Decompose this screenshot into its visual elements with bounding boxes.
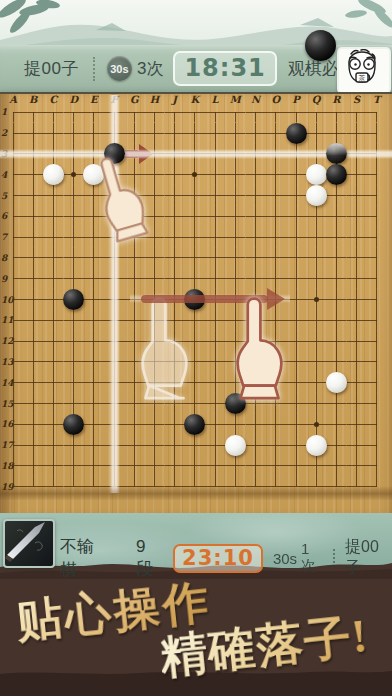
bottom-player-name: 不输棋 [60, 535, 108, 581]
intersection-L16[interactable] [205, 414, 225, 435]
intersection-O18[interactable] [266, 455, 286, 476]
intersection-C12[interactable] [43, 331, 63, 352]
bottom-byoyomi-periods: 1次 [301, 540, 323, 576]
intersection-R4[interactable] [326, 164, 346, 185]
intersection-M8[interactable] [225, 248, 245, 269]
intersection-R16[interactable] [326, 414, 346, 435]
intersection-M16[interactable] [225, 414, 245, 435]
intersection-D6[interactable] [64, 206, 84, 227]
bottom-player-rank: 9段 [136, 537, 161, 580]
intersection-R10[interactable] [326, 289, 346, 310]
intersection-R14[interactable] [326, 372, 346, 393]
intersection-G9[interactable] [124, 268, 144, 289]
intersection-O17[interactable] [266, 435, 286, 456]
top-player-clock: 18:31 [173, 51, 276, 86]
intersection-N6[interactable] [246, 206, 266, 227]
intersection-D16[interactable] [64, 414, 84, 435]
intersection-Q16[interactable] [306, 414, 326, 435]
intersection-A16[interactable] [3, 414, 23, 435]
intersection-R7[interactable] [326, 227, 346, 248]
intersection-L8[interactable] [205, 248, 225, 269]
white-stone [306, 185, 327, 206]
intersection-P2[interactable] [286, 123, 306, 144]
intersection-P4[interactable] [286, 164, 306, 185]
intersection-T5[interactable] [367, 185, 387, 206]
intersection-S12[interactable] [347, 331, 367, 352]
intersection-P18[interactable] [286, 455, 306, 476]
intersection-K18[interactable] [185, 455, 205, 476]
intersection-J2[interactable] [165, 123, 185, 144]
intersection-B12[interactable] [23, 331, 43, 352]
bottom-player-bar: 不输棋 9段 23:10 30s 1次 提00子 [0, 513, 392, 577]
intersection-P9[interactable] [286, 268, 306, 289]
intersection-D13[interactable] [64, 351, 84, 372]
intersection-Q18[interactable] [306, 455, 326, 476]
intersection-D18[interactable] [64, 455, 84, 476]
intersection-T13[interactable] [367, 351, 387, 372]
intersection-A10[interactable] [3, 289, 23, 310]
intersection-J18[interactable] [165, 455, 185, 476]
intersection-M7[interactable] [225, 227, 245, 248]
intersection-M17[interactable] [225, 435, 245, 456]
intersection-H18[interactable] [144, 455, 164, 476]
intersection-P8[interactable] [286, 248, 306, 269]
intersection-B1[interactable] [23, 102, 43, 123]
intersection-T16[interactable] [367, 414, 387, 435]
intersection-O1[interactable] [266, 102, 286, 123]
intersection-K5[interactable] [185, 185, 205, 206]
white-stone [306, 164, 327, 185]
intersection-C16[interactable] [43, 414, 63, 435]
drag-hand-icon [232, 296, 287, 400]
intersection-A14[interactable] [3, 372, 23, 393]
intersection-T6[interactable] [367, 206, 387, 227]
intersection-G16[interactable] [124, 414, 144, 435]
star-point [314, 422, 319, 427]
white-stone [43, 164, 64, 185]
intersection-O2[interactable] [266, 123, 286, 144]
intersection-C13[interactable] [43, 351, 63, 372]
intersection-B15[interactable] [23, 393, 43, 414]
white-stone [225, 435, 246, 456]
intersection-A7[interactable] [3, 227, 23, 248]
intersection-Q2[interactable] [306, 123, 326, 144]
intersection-S7[interactable] [347, 227, 367, 248]
intersection-E16[interactable] [84, 414, 104, 435]
intersection-R9[interactable] [326, 268, 346, 289]
intersection-O9[interactable] [266, 268, 286, 289]
intersection-D14[interactable] [64, 372, 84, 393]
intersection-D11[interactable] [64, 310, 84, 331]
intersection-S1[interactable] [347, 102, 367, 123]
intersection-P11[interactable] [286, 310, 306, 331]
intersection-O16[interactable] [266, 414, 286, 435]
intersection-P15[interactable] [286, 393, 306, 414]
intersection-Q10[interactable] [306, 289, 326, 310]
intersection-T4[interactable] [367, 164, 387, 185]
intersection-Q9[interactable] [306, 268, 326, 289]
intersection-N1[interactable] [246, 102, 266, 123]
intersection-M5[interactable] [225, 185, 245, 206]
intersection-M1[interactable] [225, 102, 245, 123]
intersection-C5[interactable] [43, 185, 63, 206]
intersection-Q6[interactable] [306, 206, 326, 227]
intersection-K6[interactable] [185, 206, 205, 227]
intersection-E18[interactable] [84, 455, 104, 476]
intersection-S14[interactable] [347, 372, 367, 393]
intersection-A15[interactable] [3, 393, 23, 414]
intersection-S2[interactable] [347, 123, 367, 144]
intersection-P1[interactable] [286, 102, 306, 123]
intersection-K2[interactable] [185, 123, 205, 144]
intersection-D5[interactable] [64, 185, 84, 206]
intersection-A6[interactable] [3, 206, 23, 227]
intersection-R5[interactable] [326, 185, 346, 206]
intersection-R3[interactable] [326, 144, 346, 165]
intersection-K8[interactable] [185, 248, 205, 269]
intersection-R13[interactable] [326, 351, 346, 372]
intersection-C8[interactable] [43, 248, 63, 269]
intersection-S13[interactable] [347, 351, 367, 372]
intersection-S16[interactable] [347, 414, 367, 435]
intersection-G18[interactable] [124, 455, 144, 476]
intersection-C10[interactable] [43, 289, 63, 310]
intersection-Q8[interactable] [306, 248, 326, 269]
intersection-L4[interactable] [205, 164, 225, 185]
intersection-L18[interactable] [205, 455, 225, 476]
intersection-A4[interactable] [3, 164, 23, 185]
intersection-M4[interactable] [225, 164, 245, 185]
intersection-N4[interactable] [246, 164, 266, 185]
intersection-C14[interactable] [43, 372, 63, 393]
intersection-K16[interactable] [185, 414, 205, 435]
intersection-C15[interactable] [43, 393, 63, 414]
intersection-D7[interactable] [64, 227, 84, 248]
intersection-B14[interactable] [23, 372, 43, 393]
intersection-D10[interactable] [64, 289, 84, 310]
intersection-Q4[interactable] [306, 164, 326, 185]
intersection-C7[interactable] [43, 227, 63, 248]
star-point [71, 172, 76, 177]
intersection-J9[interactable] [165, 268, 185, 289]
intersection-E9[interactable] [84, 268, 104, 289]
intersection-L5[interactable] [205, 185, 225, 206]
intersection-P14[interactable] [286, 372, 306, 393]
intersection-K4[interactable] [185, 164, 205, 185]
intersection-R11[interactable] [326, 310, 346, 331]
intersection-H17[interactable] [144, 435, 164, 456]
intersection-Q17[interactable] [306, 435, 326, 456]
intersection-N5[interactable] [246, 185, 266, 206]
intersection-T15[interactable] [367, 393, 387, 414]
intersection-O6[interactable] [266, 206, 286, 227]
intersection-O5[interactable] [266, 185, 286, 206]
intersection-L11[interactable] [205, 310, 225, 331]
intersection-S17[interactable] [347, 435, 367, 456]
intersection-B8[interactable] [23, 248, 43, 269]
intersection-M18[interactable] [225, 455, 245, 476]
intersection-R12[interactable] [326, 331, 346, 352]
intersection-L6[interactable] [205, 206, 225, 227]
intersection-K9[interactable] [185, 268, 205, 289]
black-stone [326, 164, 347, 185]
top-captures-label: 提00子 [24, 57, 79, 80]
intersection-L9[interactable] [205, 268, 225, 289]
intersection-C2[interactable] [43, 123, 63, 144]
intersection-A18[interactable] [3, 455, 23, 476]
intersection-G8[interactable] [124, 248, 144, 269]
intersection-Q14[interactable] [306, 372, 326, 393]
intersection-A2[interactable] [3, 123, 23, 144]
intersection-C17[interactable] [43, 435, 63, 456]
intersection-L15[interactable] [205, 393, 225, 414]
intersection-Q13[interactable] [306, 351, 326, 372]
intersection-B17[interactable] [23, 435, 43, 456]
intersection-P16[interactable] [286, 414, 306, 435]
intersection-L14[interactable] [205, 372, 225, 393]
intersection-R17[interactable] [326, 435, 346, 456]
divider [333, 549, 335, 567]
intersection-B5[interactable] [23, 185, 43, 206]
intersection-R15[interactable] [326, 393, 346, 414]
intersection-T17[interactable] [367, 435, 387, 456]
intersection-P13[interactable] [286, 351, 306, 372]
intersection-N17[interactable] [246, 435, 266, 456]
intersection-T14[interactable] [367, 372, 387, 393]
intersection-S15[interactable] [347, 393, 367, 414]
intersection-L13[interactable] [205, 351, 225, 372]
promo-banner: 贴心操作 精確落子! [0, 577, 392, 696]
intersection-S10[interactable] [347, 289, 367, 310]
intersection-C9[interactable] [43, 268, 63, 289]
intersection-B16[interactable] [23, 414, 43, 435]
intersection-H1[interactable] [144, 102, 164, 123]
star-point [314, 297, 319, 302]
top-player-avatar[interactable]: 茶 [337, 47, 391, 94]
intersection-A13[interactable] [3, 351, 23, 372]
intersection-R8[interactable] [326, 248, 346, 269]
intersection-J7[interactable] [165, 227, 185, 248]
intersection-R2[interactable] [326, 123, 346, 144]
intersection-L7[interactable] [205, 227, 225, 248]
intersection-N7[interactable] [246, 227, 266, 248]
intersection-M6[interactable] [225, 206, 245, 227]
intersection-A5[interactable] [3, 185, 23, 206]
intersection-S6[interactable] [347, 206, 367, 227]
intersection-T12[interactable] [367, 331, 387, 352]
intersection-E8[interactable] [84, 248, 104, 269]
intersection-H4[interactable] [144, 164, 164, 185]
intersection-Q15[interactable] [306, 393, 326, 414]
intersection-E10[interactable] [84, 289, 104, 310]
intersection-D12[interactable] [64, 331, 84, 352]
intersection-K7[interactable] [185, 227, 205, 248]
intersection-J16[interactable] [165, 414, 185, 435]
intersection-B7[interactable] [23, 227, 43, 248]
board-edge-shadow [0, 486, 392, 500]
bottom-byoyomi: 30s [273, 550, 297, 567]
intersection-B2[interactable] [23, 123, 43, 144]
intersection-O4[interactable] [266, 164, 286, 185]
bottom-player-clock: 23:10 [173, 544, 263, 573]
intersection-B6[interactable] [23, 206, 43, 227]
intersection-J5[interactable] [165, 185, 185, 206]
intersection-D15[interactable] [64, 393, 84, 414]
sword-icon [5, 521, 49, 562]
intersection-Q11[interactable] [306, 310, 326, 331]
ghost-black-stone [326, 143, 347, 164]
intersection-S18[interactable] [347, 455, 367, 476]
intersection-N16[interactable] [246, 414, 266, 435]
intersection-D9[interactable] [64, 268, 84, 289]
intersection-C11[interactable] [43, 310, 63, 331]
intersection-B13[interactable] [23, 351, 43, 372]
meme-face-icon: 茶 [339, 49, 385, 88]
intersection-H8[interactable] [144, 248, 164, 269]
intersection-P12[interactable] [286, 331, 306, 352]
intersection-T2[interactable] [367, 123, 387, 144]
intersection-C4[interactable] [43, 164, 63, 185]
intersection-B9[interactable] [23, 268, 43, 289]
intersection-A9[interactable] [3, 268, 23, 289]
intersection-T9[interactable] [367, 268, 387, 289]
intersection-C1[interactable] [43, 102, 63, 123]
intersection-L17[interactable] [205, 435, 225, 456]
intersection-T7[interactable] [367, 227, 387, 248]
intersection-B4[interactable] [23, 164, 43, 185]
intersection-E12[interactable] [84, 331, 104, 352]
intersection-S11[interactable] [347, 310, 367, 331]
intersection-O8[interactable] [266, 248, 286, 269]
intersection-Q7[interactable] [306, 227, 326, 248]
intersection-R1[interactable] [326, 102, 346, 123]
intersection-A17[interactable] [3, 435, 23, 456]
intersection-M9[interactable] [225, 268, 245, 289]
intersection-R18[interactable] [326, 455, 346, 476]
black-stone [63, 289, 84, 310]
intersection-N2[interactable] [246, 123, 266, 144]
intersection-H2[interactable] [144, 123, 164, 144]
drag-hand-ghost-icon [137, 296, 192, 400]
intersection-E11[interactable] [84, 310, 104, 331]
intersection-Q1[interactable] [306, 102, 326, 123]
bottom-player-avatar[interactable] [3, 519, 55, 568]
intersection-K1[interactable] [185, 102, 205, 123]
intersection-D17[interactable] [64, 435, 84, 456]
intersection-D2[interactable] [64, 123, 84, 144]
intersection-C6[interactable] [43, 206, 63, 227]
intersection-A1[interactable] [3, 102, 23, 123]
black-stone [286, 123, 307, 144]
intersection-C18[interactable] [43, 455, 63, 476]
intersection-E2[interactable] [84, 123, 104, 144]
intersection-R6[interactable] [326, 206, 346, 227]
go-board: ABCDEFGHJKLMNOPQRST 12345678910111213141… [0, 92, 392, 515]
bamboo-leaves-right-icon [345, 0, 392, 30]
white-stone [326, 372, 347, 393]
intersection-A12[interactable] [3, 331, 23, 352]
intersection-B18[interactable] [23, 455, 43, 476]
intersection-T1[interactable] [367, 102, 387, 123]
intersection-G2[interactable] [124, 123, 144, 144]
intersection-H5[interactable] [144, 185, 164, 206]
intersection-J8[interactable] [165, 248, 185, 269]
intersection-J1[interactable] [165, 102, 185, 123]
intersection-P7[interactable] [286, 227, 306, 248]
white-stone [306, 435, 327, 456]
intersection-T10[interactable] [367, 289, 387, 310]
intersection-D1[interactable] [64, 102, 84, 123]
intersection-D4[interactable] [64, 164, 84, 185]
intersection-E14[interactable] [84, 372, 104, 393]
intersection-N8[interactable] [246, 248, 266, 269]
intersection-T11[interactable] [367, 310, 387, 331]
intersection-G17[interactable] [124, 435, 144, 456]
intersection-L2[interactable] [205, 123, 225, 144]
black-stone [63, 414, 84, 435]
svg-text:茶: 茶 [358, 74, 366, 81]
intersection-G1[interactable] [124, 102, 144, 123]
intersection-T8[interactable] [367, 248, 387, 269]
intersection-A11[interactable] [3, 310, 23, 331]
intersection-J17[interactable] [165, 435, 185, 456]
go-app-screen: 提00子 30s 3次 18:31 观棋必语 9段 茶 [0, 0, 392, 696]
intersection-E7[interactable] [84, 227, 104, 248]
intersection-B10[interactable] [23, 289, 43, 310]
intersection-P6[interactable] [286, 206, 306, 227]
intersection-Q12[interactable] [306, 331, 326, 352]
intersection-N18[interactable] [246, 455, 266, 476]
byoyomi-periods: 3次 [137, 57, 163, 80]
intersection-E15[interactable] [84, 393, 104, 414]
intersection-P5[interactable] [286, 185, 306, 206]
divider [93, 57, 95, 81]
intersection-M2[interactable] [225, 123, 245, 144]
intersection-O7[interactable] [266, 227, 286, 248]
intersection-H9[interactable] [144, 268, 164, 289]
intersection-S4[interactable] [347, 164, 367, 185]
intersection-L12[interactable] [205, 331, 225, 352]
intersection-D8[interactable] [64, 248, 84, 269]
top-player-bar: 提00子 30s 3次 18:31 观棋必语 9段 茶 [0, 45, 392, 92]
intersection-B11[interactable] [23, 310, 43, 331]
black-stone [184, 414, 205, 435]
bottom-captures-label: 提00子 [345, 537, 392, 579]
intersection-S8[interactable] [347, 248, 367, 269]
intersection-E1[interactable] [84, 102, 104, 123]
intersection-S5[interactable] [347, 185, 367, 206]
intersection-E17[interactable] [84, 435, 104, 456]
black-stone-icon [305, 30, 336, 61]
intersection-J6[interactable] [165, 206, 185, 227]
byoyomi-badge: 30s [107, 56, 132, 81]
intersection-H16[interactable] [144, 414, 164, 435]
intersection-J4[interactable] [165, 164, 185, 185]
intersection-P17[interactable] [286, 435, 306, 456]
intersection-T18[interactable] [367, 455, 387, 476]
bottom-player-info: 不输棋 9段 23:10 30s 1次 提00子 [60, 535, 392, 581]
star-point [192, 172, 197, 177]
intersection-L1[interactable] [205, 102, 225, 123]
intersection-S9[interactable] [347, 268, 367, 289]
intersection-A8[interactable] [3, 248, 23, 269]
intersection-N9[interactable] [246, 268, 266, 289]
intersection-Q5[interactable] [306, 185, 326, 206]
intersection-K17[interactable] [185, 435, 205, 456]
intersection-E13[interactable] [84, 351, 104, 372]
